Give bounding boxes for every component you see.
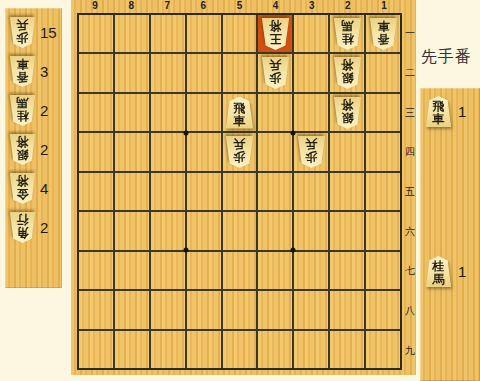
board-square-1八[interactable] [366, 291, 400, 328]
shogi-piece-金将[interactable]: 金将 [9, 173, 36, 204]
board-square-4五[interactable] [258, 173, 292, 210]
piece-kanji: 兵 [269, 58, 281, 71]
board-square-7六[interactable] [151, 212, 185, 249]
piece-kanji: 行 [17, 213, 29, 226]
piece-face: 歩兵 [261, 57, 290, 89]
board-square-8二[interactable] [115, 54, 149, 91]
piece-kanji: 桂 [341, 32, 353, 45]
hand-count: 4 [40, 180, 56, 197]
board-square-7七[interactable] [151, 252, 185, 289]
piece-face: 桂馬 [9, 95, 36, 126]
shogi-piece-桂馬[interactable]: 桂馬 [9, 95, 36, 126]
board-square-8一[interactable] [115, 15, 149, 52]
shogi-piece-桂馬[interactable]: 桂馬 [333, 18, 362, 50]
piece-kanji: 車 [377, 19, 389, 32]
piece-face: 香車 [9, 56, 36, 87]
rank-label-六: 六 [404, 225, 416, 239]
board-square-8五[interactable] [115, 173, 149, 210]
piece-face: 銀将 [333, 97, 362, 129]
piece-kanji: 車 [233, 115, 245, 128]
side-to-move-label: 先手番 [421, 47, 472, 68]
shogi-piece-銀将[interactable]: 銀将 [333, 97, 362, 129]
board-square-6四[interactable] [187, 133, 221, 170]
piece-kanji: 兵 [17, 18, 29, 31]
board-square-8六[interactable] [115, 212, 149, 249]
piece-kanji: 歩 [269, 71, 281, 84]
gote-hand-row: 金将4 [5, 172, 62, 204]
sente-hand-row: 飛車1 [425, 96, 474, 127]
piece-kanji: 飛 [233, 102, 245, 115]
board-square-3五[interactable] [294, 173, 328, 210]
piece-face: 飛車 [225, 97, 254, 129]
board-square-6八[interactable] [187, 291, 221, 328]
board-square-3二[interactable] [294, 54, 328, 91]
piece-face: 角行 [9, 212, 36, 243]
file-label-9: 9 [77, 0, 113, 12]
board-square-9一[interactable] [79, 15, 113, 52]
gote-hand-row: 歩兵15 [5, 16, 62, 48]
board-square-7八[interactable] [151, 291, 185, 328]
board-square-7四[interactable] [151, 133, 185, 170]
board-square-2五[interactable] [330, 173, 364, 210]
piece-kanji: 王 [269, 32, 281, 45]
rank-label-八: 八 [404, 304, 416, 318]
rank-label-九: 九 [404, 344, 416, 358]
hoshi-dot [291, 248, 296, 253]
board-square-6七[interactable] [187, 252, 221, 289]
rank-label-二: 二 [404, 66, 416, 80]
board-square-2三[interactable]: 銀将 [330, 94, 364, 131]
hand-count: 15 [40, 24, 57, 41]
board-square-3三[interactable] [294, 94, 328, 131]
piece-kanji: 銀 [17, 148, 29, 161]
file-label-6: 6 [185, 0, 221, 12]
board-square-8九[interactable] [115, 331, 149, 368]
piece-kanji: 将 [341, 58, 353, 71]
board-square-9二[interactable] [79, 54, 113, 91]
piece-kanji: 将 [17, 135, 29, 148]
piece-kanji: 将 [341, 98, 353, 111]
hoshi-dot [183, 130, 188, 135]
piece-kanji: 香 [17, 70, 29, 83]
piece-face: 飛車 [425, 96, 452, 127]
board-square-8三[interactable] [115, 94, 149, 131]
piece-face: 金将 [9, 173, 36, 204]
piece-kanji: 金 [17, 187, 29, 200]
piece-kanji: 馬 [341, 19, 353, 32]
piece-kanji: 桂 [17, 109, 29, 122]
shogi-piece-王将[interactable]: 王将 [261, 18, 290, 50]
rank-label-三: 三 [404, 106, 416, 120]
gote-hand-row: 銀将2 [5, 133, 62, 165]
gote-hand-row: 香車3 [5, 55, 62, 87]
shogi-piece-飛車[interactable]: 飛車 [225, 97, 254, 129]
board-square-9七[interactable] [79, 252, 113, 289]
piece-face: 桂馬 [425, 256, 452, 287]
sente-captured-tray: 飛車1桂馬1 [420, 88, 480, 381]
piece-kanji: 角 [17, 226, 29, 239]
board-square-5八[interactable] [223, 291, 257, 328]
board-square-2六[interactable] [330, 212, 364, 249]
shogi-piece-歩兵[interactable]: 歩兵 [9, 17, 36, 48]
piece-face: 歩兵 [9, 17, 36, 48]
board-square-6六[interactable] [187, 212, 221, 249]
board-square-8四[interactable] [115, 133, 149, 170]
board-square-6五[interactable] [187, 173, 221, 210]
board-square-3九[interactable] [294, 331, 328, 368]
shogi-piece-歩兵[interactable]: 歩兵 [297, 136, 326, 168]
shogi-piece-飛車[interactable]: 飛車 [425, 96, 452, 127]
board-square-9九[interactable] [79, 331, 113, 368]
piece-face: 香車 [369, 18, 398, 50]
shogi-piece-桂馬[interactable]: 桂馬 [425, 256, 452, 287]
hand-count: 3 [40, 63, 56, 80]
piece-kanji: 銀 [341, 71, 353, 84]
board-square-4二[interactable]: 歩兵 [258, 54, 292, 91]
board-square-3八[interactable] [294, 291, 328, 328]
piece-kanji: 馬 [433, 273, 445, 286]
board-square-3四[interactable]: 歩兵 [294, 133, 328, 170]
board-square-2八[interactable] [330, 291, 364, 328]
file-label-2: 2 [330, 0, 366, 12]
piece-kanji: 歩 [233, 150, 245, 163]
piece-kanji: 車 [433, 113, 445, 126]
board-square-7九[interactable] [151, 331, 185, 368]
board-square-1九[interactable] [366, 331, 400, 368]
board-square-4四[interactable] [258, 133, 292, 170]
file-label-1: 1 [366, 0, 402, 12]
board-square-1五[interactable] [366, 173, 400, 210]
board-panel: 987654321 王将桂馬香車歩兵銀将飛車銀将歩兵歩兵 一二三四五六七八九 [71, 0, 416, 375]
piece-kanji: 車 [17, 57, 29, 70]
piece-face: 王将 [261, 18, 290, 50]
board-square-9三[interactable] [79, 94, 113, 131]
piece-face: 歩兵 [225, 136, 254, 168]
board-square-6三[interactable] [187, 94, 221, 131]
piece-face: 歩兵 [297, 136, 326, 168]
piece-kanji: 兵 [305, 137, 317, 150]
board-square-2九[interactable] [330, 331, 364, 368]
board-square-9六[interactable] [79, 212, 113, 249]
file-label-5: 5 [221, 0, 257, 12]
hoshi-dot [183, 248, 188, 253]
gote-captured-tray: 歩兵15香車3桂馬2銀将2金将4角行2 [5, 8, 62, 288]
hand-count: 1 [458, 263, 474, 280]
board-square-1二[interactable] [366, 54, 400, 91]
board-square-6二[interactable] [187, 54, 221, 91]
board-square-1七[interactable] [366, 252, 400, 289]
piece-face: 銀将 [9, 134, 36, 165]
shogi-piece-銀将[interactable]: 銀将 [333, 57, 362, 89]
hand-count: 2 [40, 219, 56, 236]
sente-hand-row: 桂馬1 [425, 256, 474, 287]
file-label-7: 7 [149, 0, 185, 12]
board-square-4九[interactable] [258, 331, 292, 368]
piece-face: 桂馬 [333, 18, 362, 50]
gote-hand-row: 桂馬2 [5, 94, 62, 126]
board-square-5九[interactable] [223, 331, 257, 368]
board-square-5六[interactable] [223, 212, 257, 249]
file-labels: 987654321 [77, 0, 402, 12]
board-square-8八[interactable] [115, 291, 149, 328]
piece-kanji: 歩 [305, 150, 317, 163]
board-square-2二[interactable]: 銀将 [330, 54, 364, 91]
rank-label-四: 四 [404, 145, 416, 159]
board-square-5三[interactable]: 飛車 [223, 94, 257, 131]
board-square-4八[interactable] [258, 291, 292, 328]
shogi-piece-香車[interactable]: 香車 [9, 56, 36, 87]
piece-kanji: 将 [269, 19, 281, 32]
board-square-5五[interactable] [223, 173, 257, 210]
board-square-4一[interactable]: 王将 [258, 15, 292, 52]
board-square-7一[interactable] [151, 15, 185, 52]
board-square-1六[interactable] [366, 212, 400, 249]
hand-count: 1 [458, 103, 474, 120]
board-square-1四[interactable] [366, 133, 400, 170]
rank-label-七: 七 [404, 264, 416, 278]
piece-kanji: 馬 [17, 96, 29, 109]
board-square-9八[interactable] [79, 291, 113, 328]
board-square-7二[interactable] [151, 54, 185, 91]
file-label-4: 4 [258, 0, 294, 12]
hoshi-dot [291, 130, 296, 135]
board-square-4七[interactable] [258, 252, 292, 289]
shogi-diagram: 歩兵15香車3桂馬2銀将2金将4角行2 987654321 王将桂馬香車歩兵銀将… [0, 0, 480, 381]
board-square-3一[interactable] [294, 15, 328, 52]
board-square-9四[interactable] [79, 133, 113, 170]
board-square-4三[interactable] [258, 94, 292, 131]
board-square-2四[interactable] [330, 133, 364, 170]
rank-label-一: 一 [404, 26, 416, 40]
piece-kanji: 将 [17, 174, 29, 187]
shogi-piece-銀将[interactable]: 銀将 [9, 134, 36, 165]
hand-count: 2 [40, 141, 56, 158]
gote-hand-row: 角行2 [5, 211, 62, 243]
rank-label-五: 五 [404, 185, 416, 199]
piece-kanji: 歩 [17, 31, 29, 44]
board-square-1一[interactable]: 香車 [366, 15, 400, 52]
shogi-piece-香車[interactable]: 香車 [369, 18, 398, 50]
board-square-5一[interactable] [223, 15, 257, 52]
shogi-piece-歩兵[interactable]: 歩兵 [225, 136, 254, 168]
piece-kanji: 香 [377, 32, 389, 45]
board-square-7三[interactable] [151, 94, 185, 131]
board-square-3六[interactable] [294, 212, 328, 249]
file-label-3: 3 [294, 0, 330, 12]
board-square-6一[interactable] [187, 15, 221, 52]
shogi-board-grid: 王将桂馬香車歩兵銀将飛車銀将歩兵歩兵 [77, 13, 402, 370]
hand-count: 2 [40, 102, 56, 119]
piece-kanji: 銀 [341, 111, 353, 124]
board-square-5四[interactable]: 歩兵 [223, 133, 257, 170]
board-square-9五[interactable] [79, 173, 113, 210]
board-square-3七[interactable] [294, 252, 328, 289]
board-square-7五[interactable] [151, 173, 185, 210]
shogi-piece-歩兵[interactable]: 歩兵 [261, 57, 290, 89]
shogi-piece-角行[interactable]: 角行 [9, 212, 36, 243]
board-square-1三[interactable] [366, 94, 400, 131]
file-label-8: 8 [113, 0, 149, 12]
board-square-5七[interactable] [223, 252, 257, 289]
board-square-4六[interactable] [258, 212, 292, 249]
board-square-2一[interactable]: 桂馬 [330, 15, 364, 52]
board-square-6九[interactable] [187, 331, 221, 368]
board-square-5二[interactable] [223, 54, 257, 91]
board-square-2七[interactable] [330, 252, 364, 289]
board-square-8七[interactable] [115, 252, 149, 289]
piece-kanji: 兵 [233, 137, 245, 150]
piece-face: 銀将 [333, 57, 362, 89]
